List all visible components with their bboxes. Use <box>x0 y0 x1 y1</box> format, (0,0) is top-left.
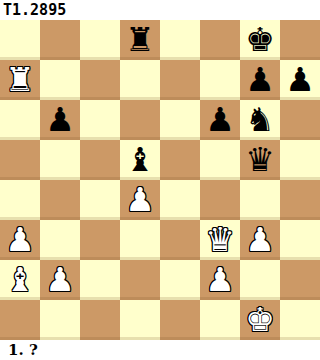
square-d3[interactable] <box>120 220 160 260</box>
square-e6[interactable] <box>160 100 200 140</box>
square-b8[interactable] <box>40 20 80 60</box>
black-queen-icon: ♛ <box>240 140 280 180</box>
square-f3[interactable]: ♛ <box>200 220 240 260</box>
square-d5[interactable]: ♝ <box>120 140 160 180</box>
black-rook-icon: ♜ <box>120 20 160 60</box>
square-g6[interactable]: ♞ <box>240 100 280 140</box>
square-c3[interactable] <box>80 220 120 260</box>
square-c4[interactable] <box>80 180 120 220</box>
black-pawn-icon: ♟ <box>280 60 320 100</box>
square-c1[interactable] <box>80 300 120 340</box>
square-h8[interactable] <box>280 20 320 60</box>
white-pawn-icon: ♟ <box>200 260 240 300</box>
square-e5[interactable] <box>160 140 200 180</box>
white-pawn-icon: ♟ <box>240 220 280 260</box>
square-g3[interactable]: ♟ <box>240 220 280 260</box>
square-e3[interactable] <box>160 220 200 260</box>
square-a2[interactable]: ♝ <box>0 260 40 300</box>
white-queen-icon: ♛ <box>200 220 240 260</box>
square-c5[interactable] <box>80 140 120 180</box>
square-b3[interactable] <box>40 220 80 260</box>
square-d7[interactable] <box>120 60 160 100</box>
square-d2[interactable] <box>120 260 160 300</box>
square-b2[interactable]: ♟ <box>40 260 80 300</box>
square-h3[interactable] <box>280 220 320 260</box>
square-c6[interactable] <box>80 100 120 140</box>
square-f8[interactable] <box>200 20 240 60</box>
square-c2[interactable] <box>80 260 120 300</box>
square-b1[interactable] <box>40 300 80 340</box>
square-h1[interactable] <box>280 300 320 340</box>
square-g5[interactable]: ♛ <box>240 140 280 180</box>
square-a6[interactable] <box>0 100 40 140</box>
square-f5[interactable] <box>200 140 240 180</box>
square-e4[interactable] <box>160 180 200 220</box>
black-pawn-icon: ♟ <box>200 100 240 140</box>
square-a3[interactable]: ♟ <box>0 220 40 260</box>
white-rook-icon: ♜ <box>0 60 40 100</box>
square-h4[interactable] <box>280 180 320 220</box>
square-b5[interactable] <box>40 140 80 180</box>
square-f6[interactable]: ♟ <box>200 100 240 140</box>
black-bishop-icon: ♝ <box>120 140 160 180</box>
square-f4[interactable] <box>200 180 240 220</box>
square-e2[interactable] <box>160 260 200 300</box>
square-e1[interactable] <box>160 300 200 340</box>
square-a4[interactable] <box>0 180 40 220</box>
square-d4[interactable]: ♟ <box>120 180 160 220</box>
square-c8[interactable] <box>80 20 120 60</box>
black-pawn-icon: ♟ <box>40 100 80 140</box>
move-prompt: 1. ? <box>0 340 320 360</box>
square-b4[interactable] <box>40 180 80 220</box>
square-h2[interactable] <box>280 260 320 300</box>
square-g4[interactable] <box>240 180 280 220</box>
square-g8[interactable]: ♚ <box>240 20 280 60</box>
square-h6[interactable] <box>280 100 320 140</box>
square-e8[interactable] <box>160 20 200 60</box>
white-bishop-icon: ♝ <box>0 260 40 300</box>
square-a1[interactable] <box>0 300 40 340</box>
square-f1[interactable] <box>200 300 240 340</box>
square-g7[interactable]: ♟ <box>240 60 280 100</box>
square-d8[interactable]: ♜ <box>120 20 160 60</box>
black-king-icon: ♚ <box>240 20 280 60</box>
square-a8[interactable] <box>0 20 40 60</box>
white-king-icon: ♚ <box>240 300 280 340</box>
puzzle-id-label: T1.2895 <box>0 0 320 20</box>
square-e7[interactable] <box>160 60 200 100</box>
square-b7[interactable] <box>40 60 80 100</box>
square-a5[interactable] <box>0 140 40 180</box>
white-pawn-icon: ♟ <box>120 180 160 220</box>
square-f2[interactable]: ♟ <box>200 260 240 300</box>
white-pawn-icon: ♟ <box>0 220 40 260</box>
square-d6[interactable] <box>120 100 160 140</box>
puzzle-page: T1.2895 ♜♚♜♟♟♟♟♞♝♛♟♟♛♟♝♟♟♚ 1. ? <box>0 0 320 360</box>
square-h5[interactable] <box>280 140 320 180</box>
black-pawn-icon: ♟ <box>240 60 280 100</box>
white-pawn-icon: ♟ <box>40 260 80 300</box>
square-f7[interactable] <box>200 60 240 100</box>
square-a7[interactable]: ♜ <box>0 60 40 100</box>
square-g2[interactable] <box>240 260 280 300</box>
chess-board: ♜♚♜♟♟♟♟♞♝♛♟♟♛♟♝♟♟♚ <box>0 20 320 340</box>
square-g1[interactable]: ♚ <box>240 300 280 340</box>
square-d1[interactable] <box>120 300 160 340</box>
square-c7[interactable] <box>80 60 120 100</box>
square-h7[interactable]: ♟ <box>280 60 320 100</box>
black-knight-icon: ♞ <box>240 100 280 140</box>
square-b6[interactable]: ♟ <box>40 100 80 140</box>
